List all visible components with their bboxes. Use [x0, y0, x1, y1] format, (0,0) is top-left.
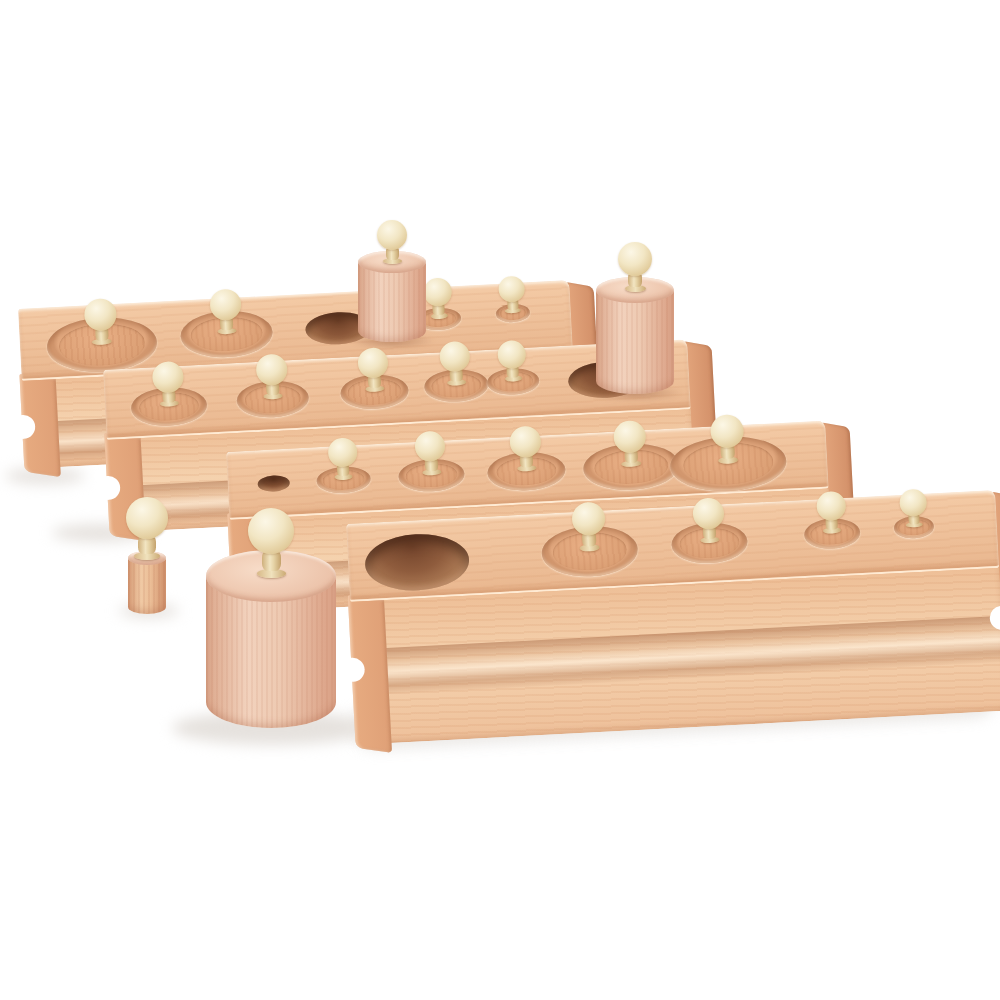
- inserted-cylinder-knob: [613, 420, 647, 468]
- product-photo-scene: [0, 0, 1000, 1000]
- cylinder-knob: [618, 242, 652, 292]
- cylinder-body: [358, 262, 426, 342]
- inserted-cylinder-knob: [414, 431, 446, 477]
- knob-ball: [571, 501, 606, 536]
- removed-cylinder-smallest: [126, 510, 168, 621]
- inserted-cylinder-knob: [357, 347, 389, 393]
- inserted-cylinder-knob: [692, 497, 725, 544]
- cylinder-knob: [126, 497, 168, 560]
- inserted-cylinder-knob: [209, 288, 242, 335]
- cylinder-knob: [248, 508, 294, 578]
- inserted-cylinder-knob: [255, 353, 288, 400]
- knob-ball: [209, 288, 242, 321]
- inserted-cylinder-knob: [509, 426, 542, 473]
- inserted-cylinder-knob: [498, 275, 526, 313]
- inserted-cylinder-knob: [571, 501, 607, 552]
- knob-ball: [509, 426, 542, 459]
- cylinder-body: [128, 558, 166, 614]
- knob-ball: [692, 497, 725, 530]
- knob-ball: [414, 431, 446, 463]
- knob-ball: [439, 341, 471, 373]
- cylinder-block-4: [346, 490, 1000, 745]
- inserted-cylinder-knob: [497, 340, 527, 382]
- knob-ball: [327, 437, 357, 467]
- inserted-cylinder-knob: [84, 298, 118, 346]
- inserted-cylinder-knob: [439, 341, 471, 387]
- montessori-cylinder-blocks-photo: [0, 0, 1000, 1000]
- knob-ball: [357, 347, 389, 379]
- removed-cylinder-block1: [358, 218, 426, 353]
- knob-ball: [151, 361, 184, 394]
- knob-ball: [898, 489, 926, 517]
- knob-ball: [618, 242, 652, 276]
- socket-empty: [364, 532, 471, 593]
- knob-ball: [84, 298, 118, 332]
- inserted-cylinder-knob: [815, 491, 846, 534]
- knob-ball: [377, 220, 407, 250]
- inserted-cylinder-knob: [709, 414, 745, 465]
- cylinder-body: [596, 290, 674, 394]
- removed-cylinder-largest: [206, 514, 336, 754]
- knob-ball: [613, 420, 647, 454]
- knob-ball: [423, 277, 452, 306]
- knob-ball: [709, 414, 744, 449]
- cylinder-knob: [377, 220, 407, 264]
- knob-ball: [815, 491, 845, 521]
- block-front-groove: [353, 616, 1000, 696]
- knob-ball: [126, 497, 168, 539]
- knob-ball: [248, 508, 294, 554]
- inserted-cylinder-knob: [898, 489, 927, 528]
- socket-empty: [257, 475, 290, 493]
- knob-ball: [255, 353, 288, 386]
- inserted-cylinder-knob: [327, 437, 358, 480]
- inserted-cylinder-knob: [423, 277, 453, 319]
- removed-cylinder-block2: [596, 240, 674, 407]
- knob-ball: [497, 340, 526, 369]
- inserted-cylinder-knob: [151, 361, 184, 408]
- knob-ball: [498, 275, 525, 302]
